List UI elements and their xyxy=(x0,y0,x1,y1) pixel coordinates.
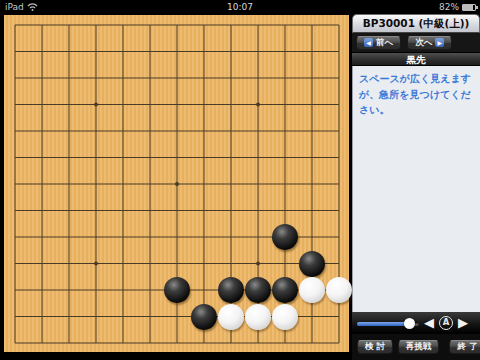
next-label: 次へ xyxy=(415,37,432,49)
footer-buttons: 検 討 再挑戦 終 了 xyxy=(352,334,480,360)
next-arrow-icon: ▶ xyxy=(435,38,444,47)
black-stone xyxy=(218,277,244,303)
black-stone xyxy=(299,251,325,277)
hint-text: スペースが広く見えますが、急所を見つけてください。 xyxy=(352,66,480,312)
problem-title: BP30001 (中級(上)) xyxy=(352,14,480,33)
prev-label: 前へ xyxy=(376,37,393,49)
side-panel: BP30001 (中級(上)) ◀ 前へ 次へ ▶ 黒先 スペースが広く見えます… xyxy=(352,14,480,360)
next-problem-button[interactable]: 次へ ▶ xyxy=(407,36,452,50)
prev-arrow-icon: ◀ xyxy=(364,38,373,47)
black-stone xyxy=(164,277,190,303)
status-bar: iPad 10:07 82% xyxy=(0,0,480,14)
quit-button[interactable]: 終 了 xyxy=(449,340,480,354)
playback-controls: ◀ A ▶ xyxy=(352,312,480,334)
battery-icon xyxy=(462,4,476,11)
black-stone xyxy=(272,224,298,250)
review-button[interactable]: 検 討 xyxy=(357,340,393,354)
prev-problem-button[interactable]: ◀ 前へ xyxy=(356,36,401,50)
black-stone xyxy=(191,304,217,330)
white-stone xyxy=(299,277,325,303)
auto-play-icon[interactable]: A xyxy=(439,316,453,330)
black-stone xyxy=(245,277,271,303)
go-board[interactable] xyxy=(4,15,349,352)
step-back-icon[interactable]: ◀ xyxy=(424,312,434,334)
white-stone xyxy=(326,277,352,303)
app-screen: { "status_bar": { "device": "iPad", "tim… xyxy=(0,0,480,360)
battery-percent: 82% xyxy=(439,0,459,14)
nav-row: ◀ 前へ 次へ ▶ xyxy=(352,33,480,52)
slider-fill xyxy=(357,322,410,326)
turn-indicator: 黒先 xyxy=(352,52,480,66)
step-forward-icon[interactable]: ▶ xyxy=(458,312,468,334)
black-stone xyxy=(272,277,298,303)
white-stone xyxy=(245,304,271,330)
retry-button[interactable]: 再挑戦 xyxy=(398,340,440,354)
clock: 10:07 xyxy=(0,0,480,14)
white-stone xyxy=(218,304,244,330)
white-stone xyxy=(272,304,298,330)
move-slider[interactable] xyxy=(357,318,419,329)
slider-knob[interactable] xyxy=(404,318,415,329)
